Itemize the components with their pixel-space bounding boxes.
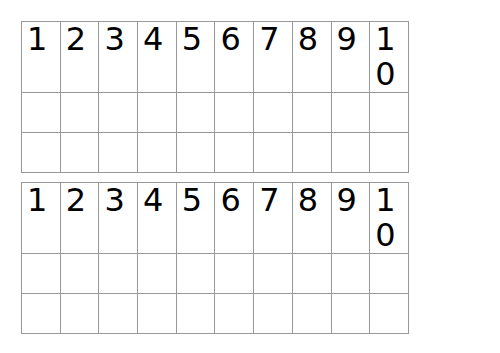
cell-g1-r2-c10 [370, 93, 409, 133]
cell-g2-r3-c7 [254, 294, 293, 334]
cell-g2-r1-c1: 1 [22, 183, 61, 254]
cell-g1-r1-c2: 2 [60, 22, 99, 93]
cell-g1-r1-c9: 9 [331, 22, 370, 93]
cell-g2-r3-c9 [331, 294, 370, 334]
cell-g1-r1-c5: 5 [176, 22, 215, 93]
cell-g2-r2-c4 [138, 254, 177, 294]
cell-g1-r2-c9 [331, 93, 370, 133]
cell-g2-r2-c9 [331, 254, 370, 294]
cell-g1-r3-c10 [370, 133, 409, 173]
cell-g2-r2-c6 [215, 254, 254, 294]
cell-g1-r2-c5 [176, 93, 215, 133]
cell-g1-r2-c3 [99, 93, 138, 133]
cell-g1-r1-c3: 3 [99, 22, 138, 93]
cell-g2-r1-c4: 4 [138, 183, 177, 254]
cell-g2-r2-c3 [99, 254, 138, 294]
cell-g1-r1-c6: 6 [215, 22, 254, 93]
cell-g2-r2-c10 [370, 254, 409, 294]
cell-g2-r3-c10 [370, 294, 409, 334]
cell-g2-r1-c3: 3 [99, 183, 138, 254]
cell-g2-r1-c5: 5 [176, 183, 215, 254]
cell-g1-r2-c8 [292, 93, 331, 133]
blank-row [22, 93, 409, 133]
cell-g1-r2-c6 [215, 93, 254, 133]
cell-g2-r3-c5 [176, 294, 215, 334]
cell-g2-r1-c10: 10 [370, 183, 409, 254]
cell-g1-r1-c7: 7 [254, 22, 293, 93]
cell-g1-r2-c1 [22, 93, 61, 133]
cell-g2-r3-c4 [138, 294, 177, 334]
cell-g2-r2-c5 [176, 254, 215, 294]
cell-g1-r3-c7 [254, 133, 293, 173]
cell-g2-r2-c2 [60, 254, 99, 294]
number-row: 1 2 3 4 5 6 7 8 9 10 [22, 22, 409, 93]
cell-g1-r1-c8: 8 [292, 22, 331, 93]
number-grid-top: 1 2 3 4 5 6 7 8 9 10 [21, 21, 409, 173]
cell-g1-r2-c2 [60, 93, 99, 133]
cell-g2-r3-c8 [292, 294, 331, 334]
blank-row [22, 254, 409, 294]
cell-g1-r3-c9 [331, 133, 370, 173]
cell-g1-r1-c1: 1 [22, 22, 61, 93]
cell-g1-r1-c4: 4 [138, 22, 177, 93]
cell-g1-r3-c2 [60, 133, 99, 173]
cell-g2-r1-c6: 6 [215, 183, 254, 254]
cell-g1-r3-c5 [176, 133, 215, 173]
cell-g2-r3-c1 [22, 294, 61, 334]
worksheet-page: 1 2 3 4 5 6 7 8 9 10 [0, 0, 500, 353]
cell-g2-r3-c6 [215, 294, 254, 334]
cell-g1-r2-c4 [138, 93, 177, 133]
blank-row [22, 133, 409, 173]
cell-g1-r3-c3 [99, 133, 138, 173]
cell-g1-r3-c1 [22, 133, 61, 173]
blank-row [22, 294, 409, 334]
cell-g2-r3-c2 [60, 294, 99, 334]
cell-g1-r1-c10: 10 [370, 22, 409, 93]
cell-g2-r1-c2: 2 [60, 183, 99, 254]
cell-g2-r2-c7 [254, 254, 293, 294]
cell-g1-r3-c8 [292, 133, 331, 173]
cell-g1-r2-c7 [254, 93, 293, 133]
number-row: 1 2 3 4 5 6 7 8 9 10 [22, 183, 409, 254]
cell-g2-r2-c1 [22, 254, 61, 294]
cell-g2-r1-c9: 9 [331, 183, 370, 254]
cell-g1-r3-c6 [215, 133, 254, 173]
cell-g2-r3-c3 [99, 294, 138, 334]
cell-g2-r2-c8 [292, 254, 331, 294]
cell-g2-r1-c8: 8 [292, 183, 331, 254]
number-grid-bottom: 1 2 3 4 5 6 7 8 9 10 [21, 182, 409, 334]
cell-g1-r3-c4 [138, 133, 177, 173]
cell-g2-r1-c7: 7 [254, 183, 293, 254]
